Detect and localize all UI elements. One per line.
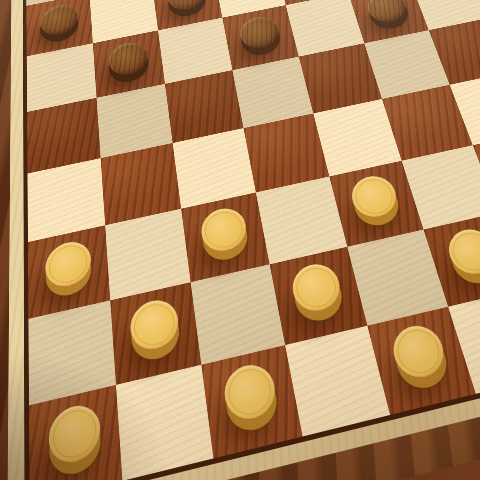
playing-area	[26, 0, 480, 480]
perspective-wrapper	[0, 1, 480, 480]
board-photo	[0, 0, 480, 480]
checkers-board-frame	[0, 0, 480, 480]
